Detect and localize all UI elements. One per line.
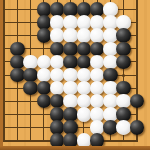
go-board[interactable] [0,0,150,150]
white-stone[interactable] [23,55,38,70]
black-stone[interactable] [23,81,38,96]
go-app-window [0,0,150,150]
white-stone[interactable] [77,133,92,148]
wood-grain-streak [144,0,147,150]
black-stone[interactable] [77,42,92,57]
black-stone[interactable] [116,42,131,57]
black-stone[interactable] [63,55,78,70]
white-stone[interactable] [77,107,92,122]
star-point [122,74,125,77]
black-stone[interactable] [90,133,105,148]
white-stone[interactable] [37,55,52,70]
black-stone[interactable] [130,120,145,135]
white-stone[interactable] [63,28,78,43]
black-stone[interactable] [130,94,145,109]
white-stone[interactable] [77,28,92,43]
black-stone[interactable] [77,55,92,70]
black-stone[interactable] [116,28,131,43]
black-stone[interactable] [10,42,25,57]
black-stone[interactable] [63,133,78,148]
black-stone[interactable] [37,94,52,109]
black-stone[interactable] [63,42,78,57]
black-stone[interactable] [37,28,52,43]
black-stone[interactable] [116,55,131,70]
white-stone[interactable] [116,120,131,135]
